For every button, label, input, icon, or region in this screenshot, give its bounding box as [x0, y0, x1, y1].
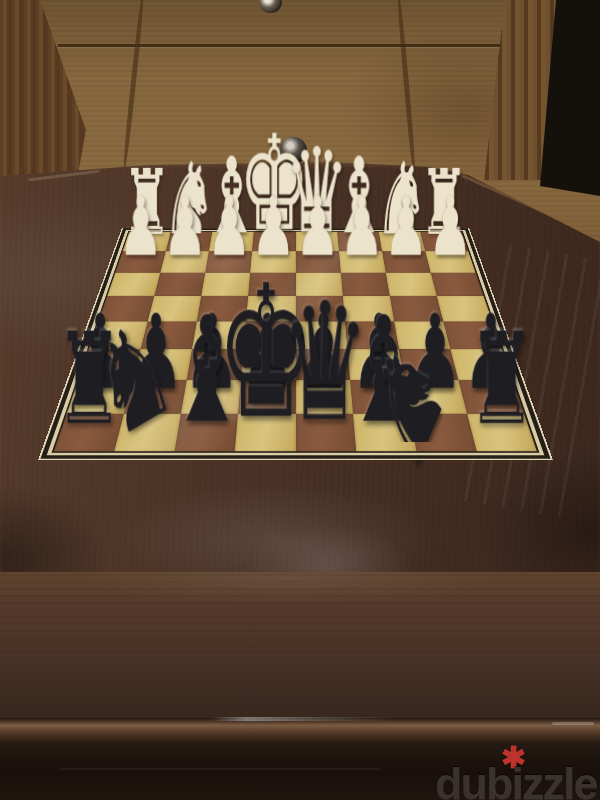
molding-highlight	[210, 717, 395, 721]
piece-black-rook-a8: ♜	[468, 316, 537, 442]
drawer-knob-top	[259, 0, 282, 13]
bottom-glint	[60, 768, 380, 770]
molding-highlight-small	[552, 722, 594, 725]
piece-white-pawn-c2: ♟	[340, 186, 385, 268]
dubizzle-watermark-text: dubizzle	[435, 758, 597, 800]
table-front-upper	[0, 572, 600, 660]
table-front-lower	[0, 660, 600, 718]
piece-white-pawn-g2: ♟	[162, 186, 207, 268]
chessboard: ♜♞♝♚♛♝♞♜♟♟♟♟♟♟♟♟♟♟♟♟♟♟♟♟♜♞♝♚♛♝♞♜	[38, 228, 553, 460]
piece-white-pawn-h2: ♟	[118, 186, 163, 268]
piece-white-pawn-a2: ♟	[428, 186, 473, 268]
drawer-seam	[58, 44, 528, 47]
piece-white-pawn-b2: ♟	[384, 186, 429, 268]
drawer-edge-left	[122, 0, 145, 168]
photo-stage: ♜♞♝♚♛♝♞♜♟♟♟♟♟♟♟♟♟♟♟♟♟♟♟♟♜♞♝♚♛♝♞♜ ✱ dubiz…	[0, 0, 600, 800]
